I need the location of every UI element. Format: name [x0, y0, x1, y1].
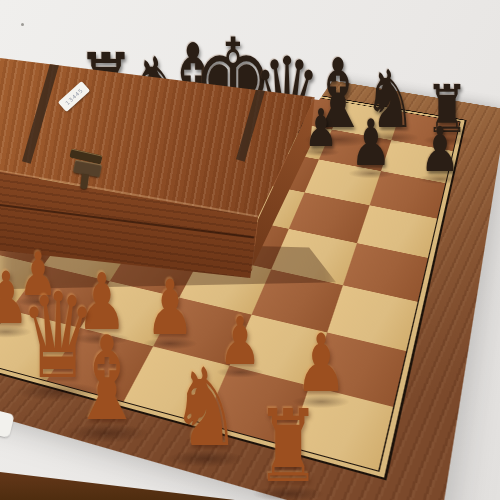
lot-sticker-label: 13445: [64, 87, 84, 106]
lid-inlay-stripe-left: [22, 17, 72, 164]
latch-hook: [80, 174, 89, 190]
lot-sticker: 13445: [58, 81, 90, 112]
photo-stage: 13445 ♜♞♝♚♛♝♞♜♟♟♟♟♟♟♟♟♟♛♝♞♜: [0, 0, 500, 500]
lid-inlay-stripe-right: [236, 15, 286, 162]
brass-latch-icon: [64, 146, 112, 194]
background-speck: [21, 23, 24, 26]
